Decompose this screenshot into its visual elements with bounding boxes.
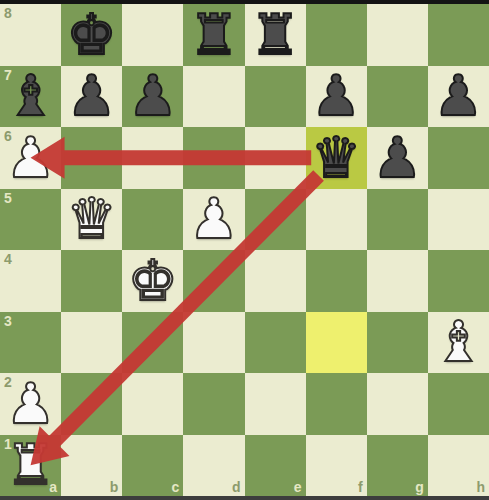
square-e6[interactable] — [245, 127, 306, 189]
square-d8[interactable]: ♜ — [183, 4, 244, 66]
chess-board[interactable]: 8♚♜♜7♝♟♟♟♟6♟♛♟5♛♟4♚3♝2♟1a♜bcdefgh — [0, 4, 489, 496]
square-g1[interactable]: g — [367, 435, 428, 497]
square-f4[interactable] — [306, 250, 367, 312]
file-label-a: a — [49, 479, 57, 495]
square-h4[interactable] — [428, 250, 489, 312]
rank-label-3: 3 — [4, 313, 12, 329]
square-g3[interactable] — [367, 312, 428, 374]
file-label-e: e — [294, 479, 302, 495]
square-c8[interactable] — [122, 4, 183, 66]
square-g2[interactable] — [367, 373, 428, 435]
square-e8[interactable]: ♜ — [245, 4, 306, 66]
square-h7[interactable]: ♟ — [428, 66, 489, 128]
square-b5[interactable]: ♛ — [61, 189, 122, 251]
chess-app-screenshot: 8♚♜♜7♝♟♟♟♟6♟♛♟5♛♟4♚3♝2♟1a♜bcdefgh — [0, 0, 489, 500]
square-e2[interactable] — [245, 373, 306, 435]
square-d1[interactable]: d — [183, 435, 244, 497]
square-h5[interactable] — [428, 189, 489, 251]
file-label-h: h — [476, 479, 485, 495]
square-f1[interactable]: f — [306, 435, 367, 497]
square-a4[interactable]: 4 — [0, 250, 61, 312]
square-g5[interactable] — [367, 189, 428, 251]
square-b2[interactable] — [61, 373, 122, 435]
white-pawn[interactable]: ♟ — [183, 189, 244, 251]
black-king[interactable]: ♚ — [61, 4, 122, 66]
black-pawn[interactable]: ♟ — [367, 127, 428, 189]
square-d4[interactable] — [183, 250, 244, 312]
square-b8[interactable]: ♚ — [61, 4, 122, 66]
square-f6[interactable]: ♛ — [306, 127, 367, 189]
square-c4[interactable]: ♚ — [122, 250, 183, 312]
square-b3[interactable] — [61, 312, 122, 374]
rank-label-2: 2 — [4, 374, 12, 390]
square-g6[interactable]: ♟ — [367, 127, 428, 189]
square-f7[interactable]: ♟ — [306, 66, 367, 128]
square-f5[interactable] — [306, 189, 367, 251]
square-h6[interactable] — [428, 127, 489, 189]
square-c5[interactable] — [122, 189, 183, 251]
square-a7[interactable]: 7♝ — [0, 66, 61, 128]
square-a5[interactable]: 5 — [0, 189, 61, 251]
square-d7[interactable] — [183, 66, 244, 128]
rank-label-1: 1 — [4, 436, 12, 452]
square-a8[interactable]: 8 — [0, 4, 61, 66]
white-queen[interactable]: ♛ — [61, 189, 122, 251]
rank-label-7: 7 — [4, 67, 12, 83]
square-b7[interactable]: ♟ — [61, 66, 122, 128]
square-b4[interactable] — [61, 250, 122, 312]
square-d2[interactable] — [183, 373, 244, 435]
square-e7[interactable] — [245, 66, 306, 128]
square-e4[interactable] — [245, 250, 306, 312]
file-label-d: d — [232, 479, 241, 495]
top-edge-bar — [0, 0, 489, 4]
square-d6[interactable] — [183, 127, 244, 189]
file-label-b: b — [110, 479, 119, 495]
rank-label-6: 6 — [4, 128, 12, 144]
square-c2[interactable] — [122, 373, 183, 435]
rank-label-8: 8 — [4, 5, 12, 21]
white-bishop[interactable]: ♝ — [428, 312, 489, 374]
square-e1[interactable]: e — [245, 435, 306, 497]
square-c6[interactable] — [122, 127, 183, 189]
square-g8[interactable] — [367, 4, 428, 66]
square-a6[interactable]: 6♟ — [0, 127, 61, 189]
file-label-g: g — [415, 479, 424, 495]
square-e3[interactable] — [245, 312, 306, 374]
black-pawn[interactable]: ♟ — [122, 66, 183, 128]
square-c7[interactable]: ♟ — [122, 66, 183, 128]
black-pawn[interactable]: ♟ — [61, 66, 122, 128]
white-king[interactable]: ♚ — [122, 250, 183, 312]
square-h2[interactable] — [428, 373, 489, 435]
black-rook[interactable]: ♜ — [245, 4, 306, 66]
square-b6[interactable] — [61, 127, 122, 189]
square-a3[interactable]: 3 — [0, 312, 61, 374]
square-a1[interactable]: 1a♜ — [0, 435, 61, 497]
rank-label-5: 5 — [4, 190, 12, 206]
square-d5[interactable]: ♟ — [183, 189, 244, 251]
square-g7[interactable] — [367, 66, 428, 128]
square-f2[interactable] — [306, 373, 367, 435]
square-h3[interactable]: ♝ — [428, 312, 489, 374]
square-b1[interactable]: b — [61, 435, 122, 497]
square-c1[interactable]: c — [122, 435, 183, 497]
bottom-ui-bar — [0, 496, 489, 500]
square-h8[interactable] — [428, 4, 489, 66]
square-e5[interactable] — [245, 189, 306, 251]
square-a2[interactable]: 2♟ — [0, 373, 61, 435]
black-rook[interactable]: ♜ — [183, 4, 244, 66]
square-f3[interactable] — [306, 312, 367, 374]
file-label-f: f — [358, 479, 363, 495]
black-pawn[interactable]: ♟ — [306, 66, 367, 128]
black-pawn[interactable]: ♟ — [428, 66, 489, 128]
rank-label-4: 4 — [4, 251, 12, 267]
file-label-c: c — [172, 479, 180, 495]
black-queen[interactable]: ♛ — [306, 127, 367, 189]
square-h1[interactable]: h — [428, 435, 489, 497]
square-f8[interactable] — [306, 4, 367, 66]
square-g4[interactable] — [367, 250, 428, 312]
square-d3[interactable] — [183, 312, 244, 374]
square-c3[interactable] — [122, 312, 183, 374]
